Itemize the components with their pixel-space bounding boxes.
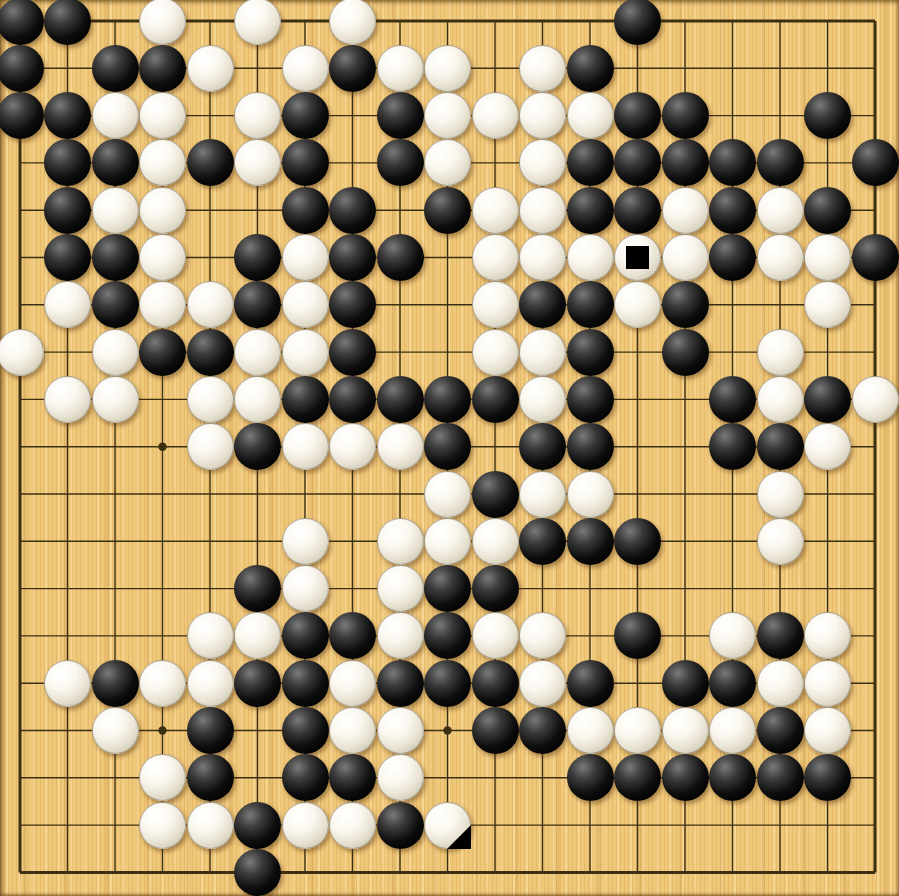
white-stone[interactable] — [757, 187, 804, 234]
black-stone[interactable] — [614, 518, 661, 565]
black-stone[interactable] — [187, 329, 234, 376]
white-stone[interactable] — [282, 234, 329, 281]
white-stone[interactable] — [187, 423, 234, 470]
white-stone[interactable] — [377, 565, 424, 612]
white-stone[interactable] — [472, 281, 519, 328]
white-stone[interactable] — [567, 471, 614, 518]
white-stone[interactable] — [92, 707, 139, 754]
white-stone[interactable] — [519, 92, 566, 139]
black-stone[interactable] — [757, 139, 804, 186]
white-stone[interactable] — [377, 423, 424, 470]
white-stone[interactable] — [662, 707, 709, 754]
black-stone[interactable] — [329, 187, 376, 234]
black-stone[interactable] — [567, 376, 614, 423]
black-stone[interactable] — [804, 187, 851, 234]
black-stone[interactable] — [662, 281, 709, 328]
black-stone[interactable] — [709, 234, 756, 281]
white-stone[interactable] — [614, 707, 661, 754]
black-stone[interactable] — [567, 423, 614, 470]
white-stone[interactable] — [709, 707, 756, 754]
white-stone[interactable] — [614, 281, 661, 328]
white-stone[interactable] — [329, 423, 376, 470]
black-stone[interactable] — [234, 234, 281, 281]
white-stone[interactable] — [377, 45, 424, 92]
triangle-marker — [447, 825, 471, 849]
black-stone[interactable] — [567, 139, 614, 186]
black-stone[interactable] — [424, 187, 471, 234]
black-stone[interactable] — [567, 281, 614, 328]
black-stone[interactable] — [757, 707, 804, 754]
black-stone[interactable] — [44, 92, 91, 139]
white-stone[interactable] — [44, 376, 91, 423]
black-stone[interactable] — [377, 802, 424, 849]
white-stone[interactable] — [662, 234, 709, 281]
black-stone[interactable] — [472, 565, 519, 612]
white-stone[interactable] — [424, 471, 471, 518]
square-marker — [626, 246, 649, 269]
white-stone[interactable] — [139, 234, 186, 281]
white-stone[interactable] — [567, 92, 614, 139]
black-stone[interactable] — [234, 660, 281, 707]
white-stone[interactable] — [804, 234, 851, 281]
white-stone[interactable] — [472, 234, 519, 281]
black-stone[interactable] — [329, 234, 376, 281]
black-stone[interactable] — [567, 660, 614, 707]
black-stone[interactable] — [92, 281, 139, 328]
star-point — [158, 726, 166, 734]
black-stone[interactable] — [424, 423, 471, 470]
white-stone[interactable] — [234, 329, 281, 376]
star-point — [443, 726, 451, 734]
black-stone[interactable] — [329, 45, 376, 92]
white-stone[interactable] — [472, 329, 519, 376]
black-stone[interactable] — [329, 376, 376, 423]
black-stone[interactable] — [377, 660, 424, 707]
black-stone[interactable] — [709, 376, 756, 423]
black-stone[interactable] — [44, 234, 91, 281]
black-stone[interactable] — [614, 754, 661, 801]
white-stone[interactable] — [519, 187, 566, 234]
white-stone[interactable] — [519, 234, 566, 281]
black-stone[interactable] — [709, 754, 756, 801]
white-stone[interactable] — [187, 802, 234, 849]
white-stone[interactable] — [424, 518, 471, 565]
white-stone[interactable] — [139, 754, 186, 801]
black-stone[interactable] — [329, 281, 376, 328]
black-stone[interactable] — [472, 660, 519, 707]
black-stone[interactable] — [472, 471, 519, 518]
black-stone[interactable] — [424, 660, 471, 707]
black-stone[interactable] — [0, 45, 44, 92]
black-stone[interactable] — [662, 139, 709, 186]
white-stone[interactable] — [187, 660, 234, 707]
white-stone[interactable] — [139, 802, 186, 849]
go-board[interactable] — [0, 0, 899, 896]
white-stone[interactable] — [757, 376, 804, 423]
black-stone[interactable] — [282, 376, 329, 423]
white-stone[interactable] — [424, 45, 471, 92]
white-stone[interactable] — [519, 45, 566, 92]
black-stone[interactable] — [567, 329, 614, 376]
black-stone[interactable] — [234, 423, 281, 470]
black-stone[interactable] — [44, 187, 91, 234]
white-stone[interactable] — [757, 518, 804, 565]
white-stone[interactable] — [234, 0, 281, 45]
black-stone[interactable] — [234, 281, 281, 328]
white-stone[interactable] — [804, 423, 851, 470]
black-stone[interactable] — [709, 660, 756, 707]
black-stone[interactable] — [804, 376, 851, 423]
white-stone[interactable] — [282, 565, 329, 612]
white-stone[interactable] — [472, 612, 519, 659]
white-stone[interactable] — [44, 660, 91, 707]
black-stone[interactable] — [377, 234, 424, 281]
white-stone[interactable] — [187, 612, 234, 659]
black-stone[interactable] — [234, 802, 281, 849]
white-stone[interactable] — [804, 660, 851, 707]
black-stone[interactable] — [282, 660, 329, 707]
black-stone[interactable] — [519, 707, 566, 754]
black-stone[interactable] — [282, 754, 329, 801]
black-stone[interactable] — [0, 92, 44, 139]
white-stone[interactable] — [329, 660, 376, 707]
white-stone[interactable] — [234, 376, 281, 423]
white-stone[interactable] — [804, 707, 851, 754]
white-stone[interactable] — [139, 0, 186, 45]
white-stone[interactable] — [282, 45, 329, 92]
black-stone[interactable] — [282, 92, 329, 139]
white-stone[interactable] — [282, 518, 329, 565]
black-stone[interactable] — [329, 329, 376, 376]
black-stone[interactable] — [139, 45, 186, 92]
black-stone[interactable] — [0, 0, 44, 45]
white-stone[interactable] — [139, 92, 186, 139]
black-stone[interactable] — [187, 754, 234, 801]
white-stone[interactable] — [329, 0, 376, 45]
white-stone[interactable] — [282, 281, 329, 328]
marker-host — [424, 802, 471, 849]
white-stone[interactable] — [519, 329, 566, 376]
black-stone[interactable] — [234, 849, 281, 896]
white-stone[interactable] — [0, 329, 44, 376]
black-stone[interactable] — [614, 0, 661, 45]
white-stone[interactable] — [377, 707, 424, 754]
black-stone[interactable] — [614, 187, 661, 234]
white-stone[interactable] — [282, 802, 329, 849]
black-stone[interactable] — [187, 707, 234, 754]
white-stone[interactable] — [187, 281, 234, 328]
white-stone[interactable] — [519, 660, 566, 707]
black-stone[interactable] — [282, 187, 329, 234]
black-stone[interactable] — [377, 376, 424, 423]
white-stone[interactable] — [139, 660, 186, 707]
black-stone[interactable] — [519, 518, 566, 565]
black-stone[interactable] — [92, 660, 139, 707]
black-stone[interactable] — [662, 92, 709, 139]
black-stone[interactable] — [282, 707, 329, 754]
white-stone[interactable] — [757, 234, 804, 281]
white-stone[interactable] — [757, 660, 804, 707]
white-stone[interactable] — [472, 518, 519, 565]
white-stone[interactable] — [282, 423, 329, 470]
black-stone[interactable] — [377, 139, 424, 186]
white-stone[interactable] — [44, 281, 91, 328]
black-stone[interactable] — [804, 754, 851, 801]
black-stone[interactable] — [139, 329, 186, 376]
white-stone[interactable] — [519, 471, 566, 518]
black-stone[interactable] — [519, 423, 566, 470]
white-stone[interactable] — [92, 329, 139, 376]
black-stone[interactable] — [852, 139, 899, 186]
white-stone[interactable] — [804, 281, 851, 328]
black-stone[interactable] — [567, 187, 614, 234]
white-stone[interactable] — [377, 754, 424, 801]
black-stone[interactable] — [757, 423, 804, 470]
white-stone[interactable] — [187, 45, 234, 92]
black-stone[interactable] — [282, 139, 329, 186]
black-stone[interactable] — [424, 565, 471, 612]
black-stone[interactable] — [614, 92, 661, 139]
white-stone[interactable] — [329, 707, 376, 754]
white-stone[interactable] — [424, 92, 471, 139]
white-stone[interactable] — [757, 471, 804, 518]
star-point — [158, 443, 166, 451]
white-stone[interactable] — [472, 187, 519, 234]
white-stone[interactable] — [567, 707, 614, 754]
white-stone[interactable] — [329, 802, 376, 849]
black-stone[interactable] — [44, 0, 91, 45]
white-stone[interactable] — [852, 376, 899, 423]
black-stone[interactable] — [757, 612, 804, 659]
black-stone[interactable] — [92, 139, 139, 186]
black-stone[interactable] — [92, 45, 139, 92]
black-stone[interactable] — [852, 234, 899, 281]
white-stone[interactable] — [139, 187, 186, 234]
black-stone[interactable] — [804, 92, 851, 139]
black-stone[interactable] — [567, 45, 614, 92]
black-stone[interactable] — [424, 376, 471, 423]
black-stone[interactable] — [709, 423, 756, 470]
white-stone[interactable] — [92, 376, 139, 423]
black-stone[interactable] — [187, 139, 234, 186]
white-stone[interactable] — [567, 234, 614, 281]
white-stone[interactable] — [519, 376, 566, 423]
black-stone[interactable] — [757, 754, 804, 801]
black-stone[interactable] — [472, 376, 519, 423]
black-stone[interactable] — [519, 281, 566, 328]
white-stone[interactable] — [234, 92, 281, 139]
white-stone[interactable] — [92, 92, 139, 139]
black-stone[interactable] — [567, 754, 614, 801]
black-stone[interactable] — [329, 754, 376, 801]
black-stone[interactable] — [567, 518, 614, 565]
black-stone[interactable] — [377, 92, 424, 139]
white-stone[interactable] — [377, 518, 424, 565]
white-stone[interactable] — [92, 187, 139, 234]
white-stone[interactable] — [282, 329, 329, 376]
black-stone[interactable] — [709, 187, 756, 234]
white-stone[interactable] — [139, 281, 186, 328]
white-stone[interactable] — [757, 329, 804, 376]
black-stone[interactable] — [662, 660, 709, 707]
white-stone[interactable] — [662, 187, 709, 234]
white-stone[interactable] — [472, 92, 519, 139]
white-stone[interactable] — [377, 612, 424, 659]
black-stone[interactable] — [472, 707, 519, 754]
white-stone[interactable] — [187, 376, 234, 423]
marker-host — [614, 234, 661, 281]
black-stone[interactable] — [92, 234, 139, 281]
black-stone[interactable] — [662, 329, 709, 376]
black-stone[interactable] — [282, 612, 329, 659]
black-stone[interactable] — [234, 565, 281, 612]
black-stone[interactable] — [662, 754, 709, 801]
